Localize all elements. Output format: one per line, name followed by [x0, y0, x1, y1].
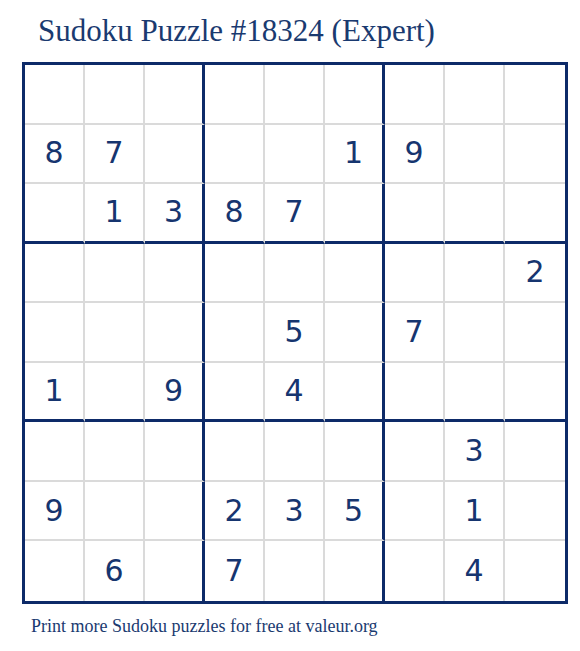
cell-r1c8[interactable] [445, 65, 505, 125]
cell-r8c8[interactable]: 1 [445, 482, 505, 542]
cell-r1c3[interactable] [145, 65, 205, 125]
cell-r9c7[interactable] [385, 541, 445, 601]
cell-r1c4[interactable] [205, 65, 265, 125]
cell-r6c8[interactable] [445, 363, 505, 423]
cell-r3c5[interactable]: 7 [265, 184, 325, 244]
cell-r8c5[interactable]: 3 [265, 482, 325, 542]
cell-r7c6[interactable] [325, 422, 385, 482]
cell-r3c9[interactable] [505, 184, 565, 244]
cell-r5c2[interactable] [85, 303, 145, 363]
cell-r8c9[interactable] [505, 482, 565, 542]
cell-r1c6[interactable] [325, 65, 385, 125]
cell-r6c6[interactable] [325, 363, 385, 423]
cell-r2c1[interactable]: 8 [25, 125, 85, 185]
cell-r2c9[interactable] [505, 125, 565, 185]
cell-r5c4[interactable] [205, 303, 265, 363]
cell-r9c3[interactable] [145, 541, 205, 601]
cell-r5c6[interactable] [325, 303, 385, 363]
cell-r9c5[interactable] [265, 541, 325, 601]
cell-r5c7[interactable]: 7 [385, 303, 445, 363]
cell-r5c9[interactable] [505, 303, 565, 363]
cell-r2c2[interactable]: 7 [85, 125, 145, 185]
cell-r4c9[interactable]: 2 [505, 244, 565, 304]
cell-r8c7[interactable] [385, 482, 445, 542]
cell-r6c4[interactable] [205, 363, 265, 423]
cell-r7c4[interactable] [205, 422, 265, 482]
cell-r6c9[interactable] [505, 363, 565, 423]
cell-r9c4[interactable]: 7 [205, 541, 265, 601]
cell-r4c5[interactable] [265, 244, 325, 304]
cell-r7c8[interactable]: 3 [445, 422, 505, 482]
cell-r6c3[interactable]: 9 [145, 363, 205, 423]
cell-r7c3[interactable] [145, 422, 205, 482]
cell-r7c9[interactable] [505, 422, 565, 482]
cell-r2c7[interactable]: 9 [385, 125, 445, 185]
cell-r4c2[interactable] [85, 244, 145, 304]
cell-r9c8[interactable]: 4 [445, 541, 505, 601]
cell-r3c4[interactable]: 8 [205, 184, 265, 244]
footer-text: Print more Sudoku puzzles for free at va… [31, 616, 378, 637]
cell-r8c3[interactable] [145, 482, 205, 542]
page-title: Sudoku Puzzle #18324 (Expert) [38, 13, 435, 49]
cell-r4c4[interactable] [205, 244, 265, 304]
cell-r2c6[interactable]: 1 [325, 125, 385, 185]
cell-r3c8[interactable] [445, 184, 505, 244]
cell-r5c5[interactable]: 5 [265, 303, 325, 363]
sudoku-grid: 87191387257194392351674 [22, 62, 568, 604]
cell-r5c1[interactable] [25, 303, 85, 363]
cell-r9c6[interactable] [325, 541, 385, 601]
cell-r8c6[interactable]: 5 [325, 482, 385, 542]
cell-r7c5[interactable] [265, 422, 325, 482]
cell-r6c5[interactable]: 4 [265, 363, 325, 423]
cell-r7c1[interactable] [25, 422, 85, 482]
cell-r1c1[interactable] [25, 65, 85, 125]
cell-r5c8[interactable] [445, 303, 505, 363]
cell-r2c3[interactable] [145, 125, 205, 185]
cell-r9c1[interactable] [25, 541, 85, 601]
cell-r9c9[interactable] [505, 541, 565, 601]
cell-r4c3[interactable] [145, 244, 205, 304]
cell-r2c5[interactable] [265, 125, 325, 185]
cell-r5c3[interactable] [145, 303, 205, 363]
cell-r6c2[interactable] [85, 363, 145, 423]
cell-r4c6[interactable] [325, 244, 385, 304]
cell-r1c2[interactable] [85, 65, 145, 125]
cell-r3c3[interactable]: 3 [145, 184, 205, 244]
cell-r3c1[interactable] [25, 184, 85, 244]
cell-r7c7[interactable] [385, 422, 445, 482]
cell-r3c2[interactable]: 1 [85, 184, 145, 244]
cell-r3c6[interactable] [325, 184, 385, 244]
cell-r1c9[interactable] [505, 65, 565, 125]
cell-r8c4[interactable]: 2 [205, 482, 265, 542]
cell-r4c7[interactable] [385, 244, 445, 304]
cell-r6c1[interactable]: 1 [25, 363, 85, 423]
cell-r1c7[interactable] [385, 65, 445, 125]
cell-r8c2[interactable] [85, 482, 145, 542]
cell-r4c8[interactable] [445, 244, 505, 304]
cell-r6c7[interactable] [385, 363, 445, 423]
cell-r3c7[interactable] [385, 184, 445, 244]
cell-r1c5[interactable] [265, 65, 325, 125]
cell-r2c8[interactable] [445, 125, 505, 185]
cell-r7c2[interactable] [85, 422, 145, 482]
cell-r4c1[interactable] [25, 244, 85, 304]
cell-r2c4[interactable] [205, 125, 265, 185]
cell-r8c1[interactable]: 9 [25, 482, 85, 542]
cell-r9c2[interactable]: 6 [85, 541, 145, 601]
